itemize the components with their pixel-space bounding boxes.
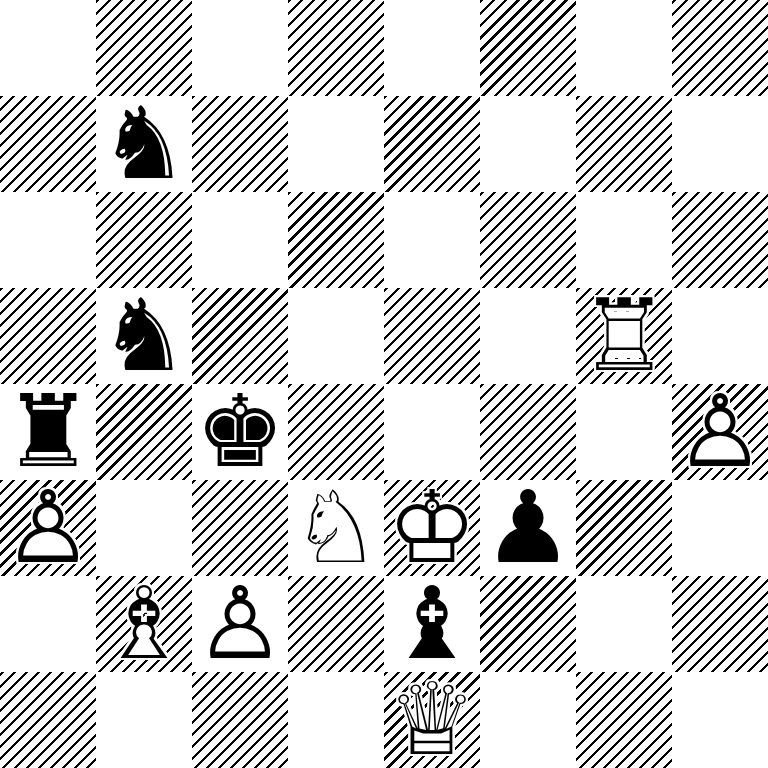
square-d3[interactable]: ♞♘ bbox=[288, 480, 384, 576]
white-knight[interactable]: ♞♘ bbox=[288, 480, 384, 576]
square-c2[interactable]: ♟♙ bbox=[192, 576, 288, 672]
white-pawn[interactable]: ♟♙ bbox=[672, 384, 768, 480]
square-g7[interactable] bbox=[576, 96, 672, 192]
black-pawn[interactable]: ♟ bbox=[480, 480, 576, 576]
white-pawn[interactable]: ♟♙ bbox=[192, 576, 288, 672]
white-king[interactable]: ♚♔ bbox=[384, 480, 480, 576]
white-rook[interactable]: ♜♖ bbox=[576, 288, 672, 384]
square-e8[interactable] bbox=[384, 0, 480, 96]
square-d6[interactable] bbox=[288, 192, 384, 288]
square-h5[interactable] bbox=[672, 288, 768, 384]
square-e2[interactable]: ♝ bbox=[384, 576, 480, 672]
white-queen[interactable]: ♛♕ bbox=[384, 672, 480, 768]
black-rook[interactable]: ♜ bbox=[0, 384, 96, 480]
square-g6[interactable] bbox=[576, 192, 672, 288]
black-knight[interactable]: ♞ bbox=[96, 96, 192, 192]
square-h1[interactable] bbox=[672, 672, 768, 768]
square-f4[interactable] bbox=[480, 384, 576, 480]
square-f3[interactable]: ♟ bbox=[480, 480, 576, 576]
piece-glyph: ♘ bbox=[288, 480, 384, 576]
piece-glyph: ♙ bbox=[192, 576, 288, 672]
square-b5[interactable]: ♞ bbox=[96, 288, 192, 384]
square-b4[interactable] bbox=[96, 384, 192, 480]
white-bishop[interactable]: ♝♗ bbox=[96, 576, 192, 672]
piece-glyph: ♞ bbox=[96, 288, 192, 384]
square-e7[interactable] bbox=[384, 96, 480, 192]
square-b7[interactable]: ♞ bbox=[96, 96, 192, 192]
square-f1[interactable] bbox=[480, 672, 576, 768]
square-e1[interactable]: ♛♕ bbox=[384, 672, 480, 768]
square-a1[interactable] bbox=[0, 672, 96, 768]
square-h3[interactable] bbox=[672, 480, 768, 576]
square-d1[interactable] bbox=[288, 672, 384, 768]
square-d2[interactable] bbox=[288, 576, 384, 672]
square-c7[interactable] bbox=[192, 96, 288, 192]
piece-glyph: ♙ bbox=[672, 384, 768, 480]
square-d8[interactable] bbox=[288, 0, 384, 96]
piece-glyph: ♔ bbox=[384, 480, 480, 576]
square-f2[interactable] bbox=[480, 576, 576, 672]
square-e3[interactable]: ♚♔ bbox=[384, 480, 480, 576]
square-c5[interactable] bbox=[192, 288, 288, 384]
square-h2[interactable] bbox=[672, 576, 768, 672]
square-c6[interactable] bbox=[192, 192, 288, 288]
square-a5[interactable] bbox=[0, 288, 96, 384]
piece-glyph: ♗ bbox=[96, 576, 192, 672]
square-c3[interactable] bbox=[192, 480, 288, 576]
black-king[interactable]: ♚ bbox=[192, 384, 288, 480]
black-knight[interactable]: ♞ bbox=[96, 288, 192, 384]
square-h8[interactable] bbox=[672, 0, 768, 96]
square-a8[interactable] bbox=[0, 0, 96, 96]
square-a6[interactable] bbox=[0, 192, 96, 288]
piece-glyph: ♞ bbox=[96, 96, 192, 192]
piece-glyph: ♖ bbox=[576, 288, 672, 384]
square-d5[interactable] bbox=[288, 288, 384, 384]
square-a7[interactable] bbox=[0, 96, 96, 192]
square-g3[interactable] bbox=[576, 480, 672, 576]
white-pawn[interactable]: ♟♙ bbox=[0, 480, 96, 576]
square-h6[interactable] bbox=[672, 192, 768, 288]
piece-glyph: ♕ bbox=[384, 672, 480, 768]
square-b8[interactable] bbox=[96, 0, 192, 96]
square-c1[interactable] bbox=[192, 672, 288, 768]
square-c4[interactable]: ♚ bbox=[192, 384, 288, 480]
black-bishop[interactable]: ♝ bbox=[384, 576, 480, 672]
square-h4[interactable]: ♟♙ bbox=[672, 384, 768, 480]
piece-glyph: ♟ bbox=[480, 480, 576, 576]
square-g1[interactable] bbox=[576, 672, 672, 768]
square-a4[interactable]: ♜ bbox=[0, 384, 96, 480]
square-d7[interactable] bbox=[288, 96, 384, 192]
square-b6[interactable] bbox=[96, 192, 192, 288]
square-b1[interactable] bbox=[96, 672, 192, 768]
piece-glyph: ♙ bbox=[0, 480, 96, 576]
square-e6[interactable] bbox=[384, 192, 480, 288]
square-e4[interactable] bbox=[384, 384, 480, 480]
square-d4[interactable] bbox=[288, 384, 384, 480]
square-f6[interactable] bbox=[480, 192, 576, 288]
chess-board: ♞♞♜♖♜♚♟♙♟♙♞♘♚♔♟♝♗♟♙♝♛♕ bbox=[0, 0, 768, 768]
square-f5[interactable] bbox=[480, 288, 576, 384]
piece-glyph: ♜ bbox=[0, 384, 96, 480]
square-h7[interactable] bbox=[672, 96, 768, 192]
square-a2[interactable] bbox=[0, 576, 96, 672]
square-f8[interactable] bbox=[480, 0, 576, 96]
square-e5[interactable] bbox=[384, 288, 480, 384]
square-g8[interactable] bbox=[576, 0, 672, 96]
piece-glyph: ♚ bbox=[192, 384, 288, 480]
square-g4[interactable] bbox=[576, 384, 672, 480]
square-g2[interactable] bbox=[576, 576, 672, 672]
square-b3[interactable] bbox=[96, 480, 192, 576]
square-b2[interactable]: ♝♗ bbox=[96, 576, 192, 672]
square-c8[interactable] bbox=[192, 0, 288, 96]
square-f7[interactable] bbox=[480, 96, 576, 192]
square-g5[interactable]: ♜♖ bbox=[576, 288, 672, 384]
piece-glyph: ♝ bbox=[384, 576, 480, 672]
square-a3[interactable]: ♟♙ bbox=[0, 480, 96, 576]
